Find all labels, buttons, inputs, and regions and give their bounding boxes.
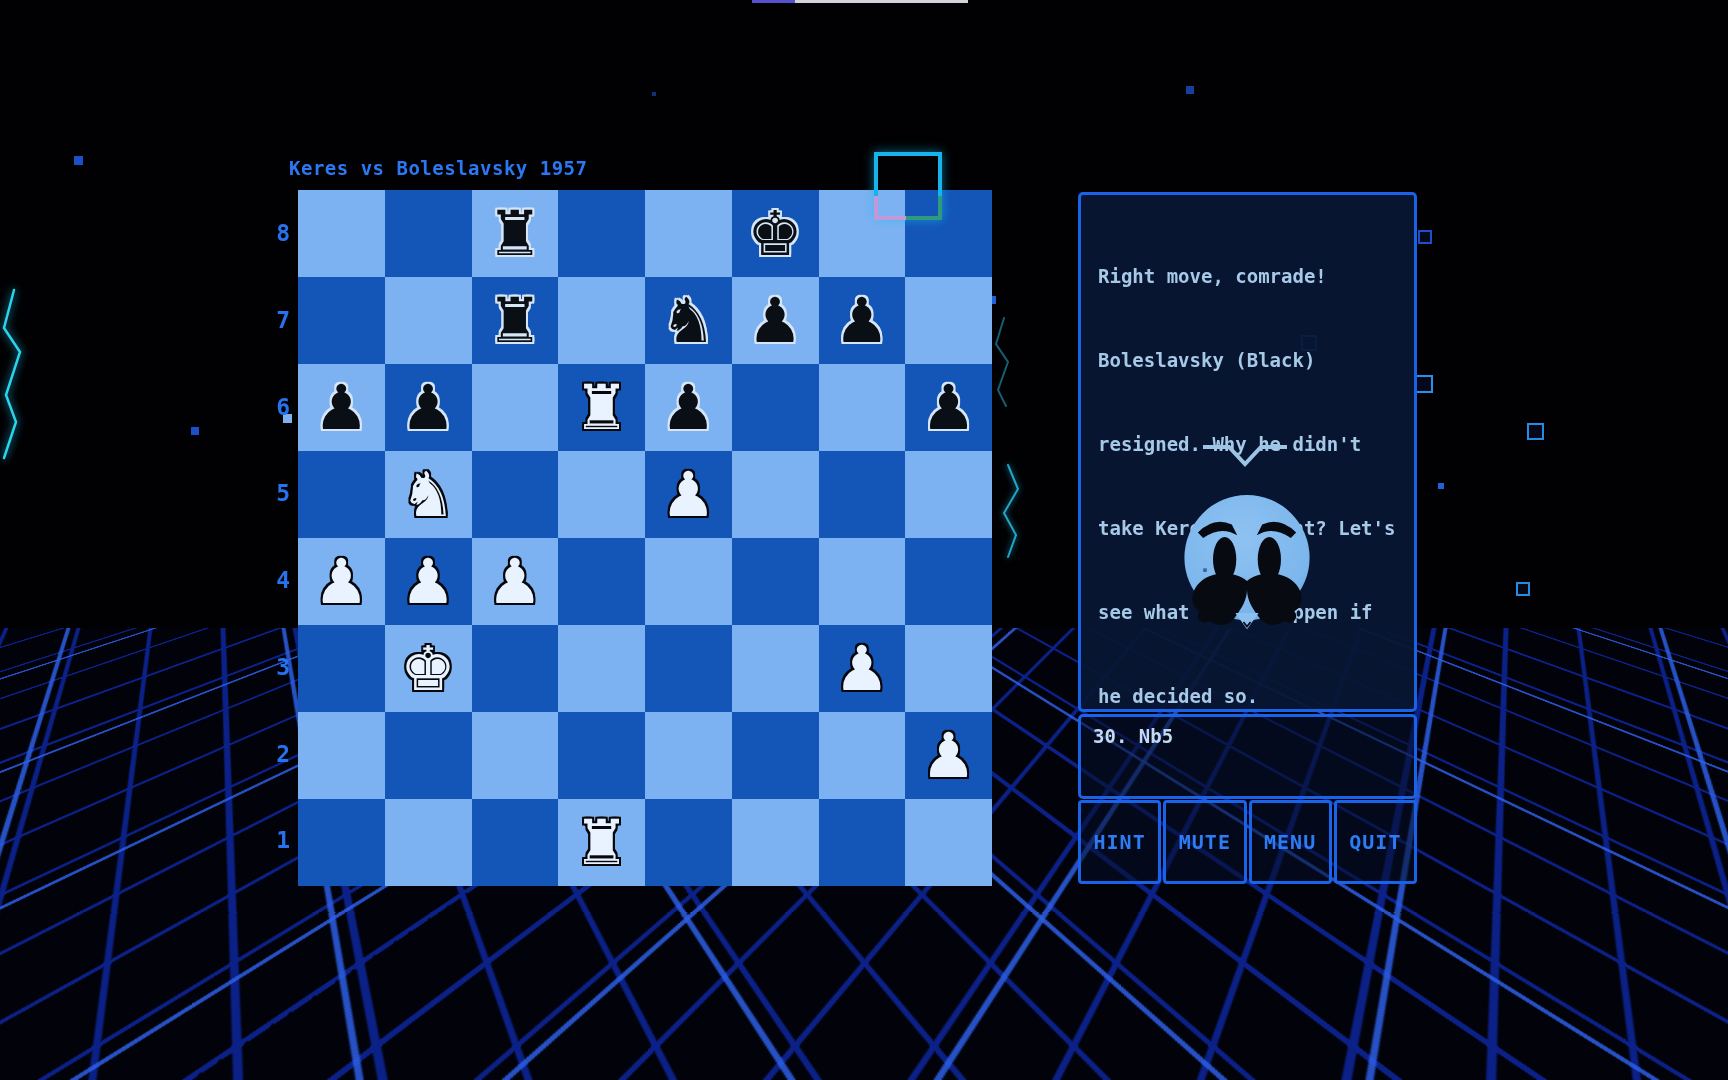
square-g4[interactable] [819, 538, 906, 625]
piece-white-pawn: ♟ [645, 451, 732, 538]
square-e5[interactable]: ♟ [645, 451, 732, 538]
square-g1[interactable] [819, 799, 906, 886]
square-e4[interactable] [645, 538, 732, 625]
piece-black-pawn: ♟ [905, 364, 992, 451]
square-e6[interactable]: ♟ [645, 364, 732, 451]
square-c5[interactable] [472, 451, 559, 538]
decor-square [191, 427, 199, 435]
piece-white-king: ♚ [385, 625, 472, 712]
piece-black-pawn: ♟ [645, 364, 732, 451]
decor-square [1415, 375, 1433, 393]
hint-button[interactable]: HINT [1078, 800, 1161, 884]
piece-black-rook: ♜ [472, 190, 559, 277]
square-g6[interactable] [819, 364, 906, 451]
square-b8[interactable] [385, 190, 472, 277]
piece-white-pawn: ♟ [385, 538, 472, 625]
dialog-line: Right move, comrade! [1098, 262, 1400, 290]
file-label-f: f [732, 888, 819, 916]
piece-black-rook: ♜ [472, 277, 559, 364]
decor-square [652, 92, 656, 96]
square-d7[interactable] [558, 277, 645, 364]
rank-label-7: 7 [256, 277, 290, 364]
button-row: HINT MUTE MENU QUIT [1078, 800, 1417, 884]
rank-label-3: 3 [256, 624, 290, 711]
file-label-a: a [298, 888, 385, 916]
file-label-e: e [645, 888, 732, 916]
square-h2[interactable]: ♟ [905, 712, 992, 799]
move-list: 30. Nb5 [1078, 714, 1417, 799]
piece-white-rook: ♜ [558, 364, 645, 451]
cursor-box [874, 152, 942, 220]
square-e7[interactable]: ♞ [645, 277, 732, 364]
quit-button[interactable]: QUIT [1334, 800, 1417, 884]
decor-square [1527, 423, 1544, 440]
square-a8[interactable] [298, 190, 385, 277]
square-a4[interactable]: ♟ [298, 538, 385, 625]
dialog-box: Right move, comrade! Boleslavsky (Black)… [1078, 192, 1417, 712]
floor-fade [0, 920, 1728, 1080]
square-h5[interactable] [905, 451, 992, 538]
square-c6[interactable] [472, 364, 559, 451]
square-h7[interactable] [905, 277, 992, 364]
piece-black-pawn: ♟ [732, 277, 819, 364]
decor-square [1516, 582, 1530, 596]
game-title: Keres vs Boleslavsky 1957 [289, 157, 709, 179]
decor-cube [44, 690, 92, 720]
square-d1[interactable]: ♜ [558, 799, 645, 886]
square-a7[interactable] [298, 277, 385, 364]
rank-label-4: 4 [256, 537, 290, 624]
lightning-icon [2, 290, 32, 462]
dialog-line: he decided so. [1098, 682, 1400, 710]
square-h3[interactable] [905, 625, 992, 712]
square-g2[interactable] [819, 712, 906, 799]
square-f6[interactable] [732, 364, 819, 451]
piece-white-pawn: ♟ [472, 538, 559, 625]
piece-black-pawn: ♟ [298, 364, 385, 451]
mute-button[interactable]: MUTE [1163, 800, 1246, 884]
square-h6[interactable]: ♟ [905, 364, 992, 451]
piece-black-pawn: ♟ [385, 364, 472, 451]
square-h1[interactable] [905, 799, 992, 886]
top-bar-blue [752, 0, 795, 3]
square-b2[interactable] [385, 712, 472, 799]
cursor-box-segment [874, 216, 910, 220]
piece-black-knight: ♞ [645, 277, 732, 364]
square-h4[interactable] [905, 538, 992, 625]
square-g3[interactable]: ♟ [819, 625, 906, 712]
square-f4[interactable] [732, 538, 819, 625]
square-b3[interactable]: ♚ [385, 625, 472, 712]
square-d2[interactable] [558, 712, 645, 799]
square-a5[interactable] [298, 451, 385, 538]
rank-label-2: 2 [256, 711, 290, 798]
square-c1[interactable] [472, 799, 559, 886]
decor-square [74, 156, 83, 165]
square-b7[interactable] [385, 277, 472, 364]
square-c4[interactable]: ♟ [472, 538, 559, 625]
rank-label-1: 1 [256, 797, 290, 884]
square-f8[interactable]: ♚ [732, 190, 819, 277]
square-b1[interactable] [385, 799, 472, 886]
square-d8[interactable] [558, 190, 645, 277]
square-d5[interactable] [558, 451, 645, 538]
cursor-box-segment [906, 216, 942, 220]
game-screen: Keres vs Boleslavsky 1957 ♜♚♜♞♟♟♟♟♜♟♟♞♟♟… [0, 0, 1728, 1080]
square-a3[interactable] [298, 625, 385, 712]
chess-board: ♜♚♜♞♟♟♟♟♜♟♟♞♟♟♟♟♚♟♟♜ [298, 190, 992, 884]
decor-square [1418, 230, 1432, 244]
square-a6[interactable]: ♟ [298, 364, 385, 451]
dialog-line: Boleslavsky (Black) [1098, 346, 1400, 374]
square-f1[interactable] [732, 799, 819, 886]
square-f7[interactable]: ♟ [732, 277, 819, 364]
square-d6[interactable]: ♜ [558, 364, 645, 451]
decor-cube [1585, 717, 1643, 749]
top-bar-light [795, 0, 968, 3]
piece-black-pawn: ♟ [819, 277, 906, 364]
file-label-h: h [905, 888, 992, 916]
decor-square [1186, 86, 1194, 94]
file-label-b: b [385, 888, 472, 916]
square-e3[interactable] [645, 625, 732, 712]
piece-white-pawn: ♟ [298, 538, 385, 625]
piece-white-pawn: ♟ [819, 625, 906, 712]
cursor-box-segment [938, 196, 942, 220]
rank-label-8: 8 [256, 190, 290, 277]
file-label-g: g [819, 888, 906, 916]
advisor-face-icon [1171, 487, 1323, 639]
square-c3[interactable] [472, 625, 559, 712]
decor-square [1438, 483, 1444, 489]
square-e1[interactable] [645, 799, 732, 886]
square-c7[interactable]: ♜ [472, 277, 559, 364]
rank-label-5: 5 [256, 450, 290, 537]
square-g5[interactable] [819, 451, 906, 538]
square-f2[interactable] [732, 712, 819, 799]
piece-white-rook: ♜ [558, 799, 645, 886]
move-text: 30. Nb5 [1093, 725, 1173, 747]
dialog-text: Right move, comrade! Boleslavsky (Black)… [1098, 206, 1400, 766]
menu-button[interactable]: MENU [1249, 800, 1332, 884]
decor-cube [150, 708, 210, 748]
file-label-c: c [472, 888, 559, 916]
square-a1[interactable] [298, 799, 385, 886]
advisor-panel: Right move, comrade! Boleslavsky (Black)… [1078, 192, 1417, 884]
piece-white-knight: ♞ [385, 451, 472, 538]
square-b6[interactable]: ♟ [385, 364, 472, 451]
piece-black-king: ♚ [732, 190, 819, 277]
square-c2[interactable] [472, 712, 559, 799]
square-g7[interactable]: ♟ [819, 277, 906, 364]
square-b5[interactable]: ♞ [385, 451, 472, 538]
square-e8[interactable] [645, 190, 732, 277]
square-d4[interactable] [558, 538, 645, 625]
lightning-icon [994, 318, 1018, 410]
lightning-icon [1002, 465, 1028, 561]
file-label-d: d [558, 888, 645, 916]
square-a2[interactable] [298, 712, 385, 799]
rank-label-6: 6 [256, 364, 290, 451]
square-c8[interactable]: ♜ [472, 190, 559, 277]
square-f5[interactable] [732, 451, 819, 538]
square-e2[interactable] [645, 712, 732, 799]
decor-cube [1643, 694, 1677, 717]
piece-white-pawn: ♟ [905, 712, 992, 799]
square-d3[interactable] [558, 625, 645, 712]
chevron-down-icon [1201, 443, 1289, 469]
square-b4[interactable]: ♟ [385, 538, 472, 625]
square-f3[interactable] [732, 625, 819, 712]
